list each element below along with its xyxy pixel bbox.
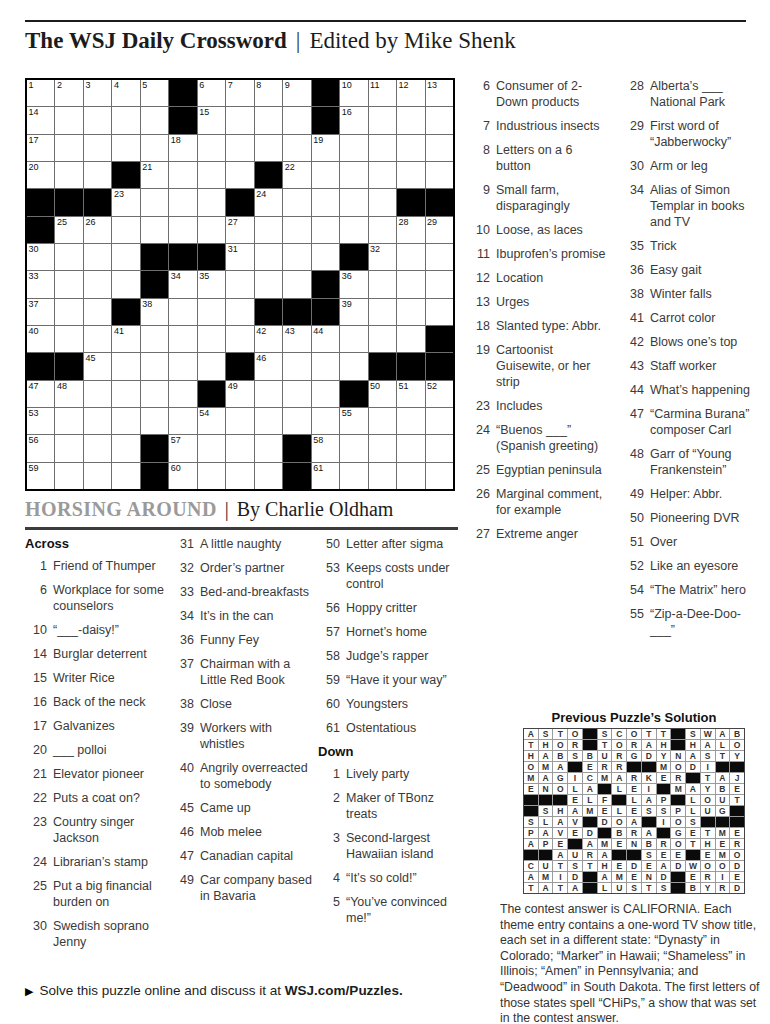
grid-cell[interactable] — [169, 408, 196, 434]
down-clue-3: 3Second-largest Hawaiian island — [318, 830, 458, 862]
puzzle-title-rule — [25, 527, 458, 530]
grid-cell[interactable] — [226, 299, 253, 325]
down-clue-18: 18Slanted type: Abbr. — [468, 318, 609, 334]
grid-cell[interactable]: 46 — [255, 353, 282, 379]
grid-cell[interactable] — [369, 217, 396, 243]
grid-cell[interactable]: 59 — [27, 463, 54, 489]
grid-cell[interactable]: 8 — [255, 80, 282, 106]
grid-cell[interactable] — [55, 271, 82, 297]
grid-cell[interactable] — [397, 463, 424, 489]
grid-cell[interactable] — [112, 353, 139, 379]
cell-number: 24 — [256, 189, 266, 199]
solution-letter: A — [539, 773, 553, 783]
grid-cell[interactable] — [84, 299, 111, 325]
cell-number: 40 — [29, 326, 39, 336]
grid-cell[interactable] — [426, 244, 453, 270]
across-clue-40: 40Angrily overreacted to somebody — [172, 760, 312, 792]
clue-text: Car company based in Bavaria — [200, 872, 312, 904]
grid-cell[interactable]: 45 — [84, 353, 111, 379]
grid-cell[interactable]: 11 — [369, 80, 396, 106]
grid-cell[interactable] — [340, 435, 367, 461]
grid-cell[interactable]: 41 — [112, 326, 139, 352]
across-clue-17: 17Galvanizes — [25, 718, 168, 734]
grid-cell[interactable] — [112, 435, 139, 461]
grid-cell[interactable] — [283, 381, 310, 407]
clue-number: 42 — [622, 334, 644, 350]
grid-cell[interactable] — [397, 244, 424, 270]
clue-number: 5 — [318, 894, 340, 926]
solution-letter: T — [553, 883, 567, 893]
clue-number: 43 — [622, 358, 644, 374]
grid-cell[interactable]: 49 — [226, 381, 253, 407]
solution-letter: D — [627, 861, 641, 871]
grid-cell[interactable] — [397, 326, 424, 352]
grid-cell[interactable]: 35 — [198, 271, 225, 297]
grid-cell[interactable] — [112, 217, 139, 243]
grid-cell[interactable] — [369, 408, 396, 434]
solution-letter: W — [701, 729, 715, 739]
grid-cell[interactable]: 36 — [340, 271, 367, 297]
grid-cell[interactable] — [198, 463, 225, 489]
grid-cell[interactable] — [226, 162, 253, 188]
grid-block — [312, 107, 339, 133]
clue-number: 12 — [468, 270, 490, 286]
clue-number: 58 — [318, 648, 340, 664]
grid-cell[interactable]: 23 — [112, 189, 139, 215]
grid-cell[interactable] — [169, 189, 196, 215]
clue-text: Location — [496, 270, 609, 286]
grid-cell[interactable] — [340, 189, 367, 215]
grid-block — [312, 80, 339, 106]
grid-cell[interactable]: 20 — [27, 162, 54, 188]
grid-cell[interactable] — [226, 326, 253, 352]
grid-cell[interactable]: 15 — [198, 107, 225, 133]
grid-cell[interactable] — [141, 217, 168, 243]
grid-cell[interactable]: 58 — [312, 435, 339, 461]
grid-block — [255, 162, 282, 188]
grid-cell[interactable] — [112, 271, 139, 297]
solution-block — [671, 740, 685, 750]
grid-block — [283, 463, 310, 489]
wsj-puzzles-link[interactable]: WSJ.com/Puzzles. — [285, 983, 403, 998]
grid-cell[interactable] — [369, 135, 396, 161]
grid-cell[interactable] — [312, 408, 339, 434]
grid-cell[interactable]: 24 — [255, 189, 282, 215]
grid-cell[interactable]: 42 — [255, 326, 282, 352]
solution-letter: A — [583, 784, 597, 794]
grid-cell[interactable] — [55, 463, 82, 489]
clue-number: 59 — [318, 672, 340, 688]
clue-text: Small farm, disparagingly — [496, 182, 609, 214]
grid-cell[interactable] — [283, 271, 310, 297]
grid-cell[interactable]: 14 — [27, 107, 54, 133]
grid-cell[interactable] — [84, 271, 111, 297]
cell-number: 49 — [228, 381, 238, 391]
grid-cell[interactable] — [55, 107, 82, 133]
grid-cell[interactable] — [226, 135, 253, 161]
grid-cell[interactable] — [312, 189, 339, 215]
solution-letter: B — [642, 839, 656, 849]
grid-cell[interactable] — [55, 408, 82, 434]
grid-cell[interactable] — [369, 299, 396, 325]
cell-number: 53 — [29, 408, 39, 418]
solution-letter: M — [583, 806, 597, 816]
grid-cell[interactable]: 50 — [369, 381, 396, 407]
grid-cell[interactable]: 43 — [283, 326, 310, 352]
grid-cell[interactable] — [283, 353, 310, 379]
solution-letter: M — [539, 762, 553, 772]
grid-cell[interactable]: 33 — [27, 271, 54, 297]
grid-cell[interactable] — [397, 107, 424, 133]
grid-cell[interactable]: 13 — [426, 80, 453, 106]
cell-number: 39 — [342, 299, 352, 309]
cell-number: 56 — [29, 435, 39, 445]
solution-letter: V — [553, 828, 567, 838]
grid-cell[interactable]: 27 — [226, 217, 253, 243]
solution-letter: O — [671, 817, 685, 827]
grid-cell[interactable] — [141, 135, 168, 161]
grid-cell[interactable] — [312, 217, 339, 243]
grid-cell[interactable] — [141, 353, 168, 379]
solution-letter: M — [671, 784, 685, 794]
grid-cell[interactable] — [283, 107, 310, 133]
grid-cell[interactable] — [55, 244, 82, 270]
grid-cell[interactable] — [226, 408, 253, 434]
cell-number: 30 — [29, 244, 39, 254]
grid-cell[interactable] — [397, 135, 424, 161]
grid-cell[interactable] — [397, 299, 424, 325]
solution-letter: O — [553, 784, 567, 794]
across-clue-45: 45Came up — [172, 800, 312, 816]
across-clue-32: 32Order’s partner — [172, 560, 312, 576]
grid-cell[interactable] — [397, 271, 424, 297]
grid-cell[interactable]: 5 — [141, 80, 168, 106]
grid-cell[interactable]: 21 — [141, 162, 168, 188]
grid-cell[interactable] — [397, 162, 424, 188]
grid-cell[interactable] — [340, 353, 367, 379]
clue-number: 14 — [25, 646, 47, 662]
grid-cell[interactable] — [198, 135, 225, 161]
solution-letter: E — [730, 828, 744, 838]
grid-cell[interactable] — [255, 463, 282, 489]
grid-cell[interactable] — [84, 162, 111, 188]
solution-block — [583, 883, 597, 893]
grid-cell[interactable] — [169, 381, 196, 407]
solution-letter: G — [716, 806, 730, 816]
grid-cell[interactable] — [255, 381, 282, 407]
grid-cell[interactable] — [112, 408, 139, 434]
grid-cell[interactable] — [141, 381, 168, 407]
grid-cell[interactable] — [226, 435, 253, 461]
grid-cell[interactable] — [198, 326, 225, 352]
clue-column-4: 6Consumer of 2-Down products7Industrious… — [468, 78, 609, 550]
grid-cell[interactable] — [369, 435, 396, 461]
grid-cell[interactable] — [226, 271, 253, 297]
grid-cell[interactable]: 31 — [226, 244, 253, 270]
solution-letter: S — [642, 850, 656, 860]
solution-letter: A — [539, 751, 553, 761]
grid-cell[interactable] — [255, 435, 282, 461]
cell-number: 32 — [370, 244, 380, 254]
grid-cell[interactable] — [84, 326, 111, 352]
grid-cell[interactable]: 25 — [55, 217, 82, 243]
solution-letter: H — [524, 751, 538, 761]
solution-letter: H — [553, 806, 567, 816]
down-clue-41: 41Carrot color — [622, 310, 765, 326]
grid-cell[interactable]: 39 — [340, 299, 367, 325]
grid-block — [340, 244, 367, 270]
grid-block — [312, 271, 339, 297]
clue-number: 24 — [25, 854, 47, 870]
clue-number: 10 — [468, 222, 490, 238]
grid-cell[interactable] — [84, 135, 111, 161]
clue-column-2: 31A little naughty32Order’s partner33Bed… — [172, 536, 312, 912]
grid-cell[interactable]: 60 — [169, 463, 196, 489]
grid-cell[interactable]: 16 — [340, 107, 367, 133]
grid-cell[interactable]: 18 — [169, 135, 196, 161]
solution-block — [716, 817, 730, 827]
clue-number: 28 — [622, 78, 644, 110]
grid-cell[interactable] — [141, 107, 168, 133]
grid-cell[interactable] — [55, 135, 82, 161]
grid-cell[interactable]: 1 — [27, 80, 54, 106]
grid-cell[interactable] — [198, 217, 225, 243]
grid-cell[interactable]: 47 — [27, 381, 54, 407]
clue-text: Friend of Thumper — [53, 558, 168, 574]
grid-cell[interactable] — [112, 107, 139, 133]
clue-text: Alberta’s ___ National Park — [650, 78, 765, 110]
grid-cell[interactable] — [55, 299, 82, 325]
grid-cell[interactable] — [369, 326, 396, 352]
grid-cell[interactable] — [340, 162, 367, 188]
grid-cell[interactable] — [426, 271, 453, 297]
clue-text: Alias of Simon Templar in books and TV — [650, 182, 765, 230]
solution-block — [583, 817, 597, 827]
grid-cell[interactable]: 54 — [198, 408, 225, 434]
grid-cell[interactable]: 32 — [369, 244, 396, 270]
solution-letter: R — [701, 872, 715, 882]
clue-text: Keeps costs under control — [346, 560, 458, 592]
grid-cell[interactable]: 9 — [283, 80, 310, 106]
clue-text: Extreme anger — [496, 526, 609, 542]
clue-number: 53 — [318, 560, 340, 592]
grid-cell[interactable]: 61 — [312, 463, 339, 489]
grid-cell[interactable] — [397, 435, 424, 461]
grid-cell[interactable] — [426, 107, 453, 133]
grid-cell[interactable] — [84, 244, 111, 270]
clue-number: 4 — [318, 870, 340, 886]
grid-cell[interactable]: 28 — [397, 217, 424, 243]
grid-cell[interactable] — [84, 408, 111, 434]
across-clue-16: 16Back of the neck — [25, 694, 168, 710]
grid-cell[interactable] — [255, 271, 282, 297]
grid-cell[interactable] — [283, 135, 310, 161]
solution-letter: I — [716, 872, 730, 882]
grid-cell[interactable] — [369, 189, 396, 215]
grid-cell[interactable] — [141, 189, 168, 215]
grid-cell[interactable]: 2 — [55, 80, 82, 106]
grid-cell[interactable] — [198, 162, 225, 188]
cell-number: 15 — [199, 107, 209, 117]
grid-cell[interactable]: 10 — [340, 80, 367, 106]
solution-letter: Y — [657, 751, 671, 761]
solution-letter: T — [598, 740, 612, 750]
grid-cell[interactable] — [112, 244, 139, 270]
grid-cell[interactable] — [283, 244, 310, 270]
grid-cell[interactable] — [169, 162, 196, 188]
grid-cell[interactable] — [283, 189, 310, 215]
solution-letter: D — [730, 883, 744, 893]
grid-cell[interactable]: 40 — [27, 326, 54, 352]
grid-cell[interactable] — [283, 408, 310, 434]
grid-cell[interactable] — [169, 217, 196, 243]
solution-letter: O — [524, 762, 538, 772]
grid-cell[interactable] — [283, 217, 310, 243]
solution-letter: E — [612, 861, 626, 871]
grid-cell[interactable]: 51 — [397, 381, 424, 407]
cell-number: 36 — [342, 271, 352, 281]
clue-number: 29 — [622, 118, 644, 150]
grid-cell[interactable] — [84, 107, 111, 133]
grid-cell[interactable]: 55 — [340, 408, 367, 434]
grid-cell[interactable] — [169, 299, 196, 325]
grid-cell[interactable] — [112, 463, 139, 489]
solution-letter: R — [671, 773, 685, 783]
grid-cell[interactable]: 6 — [198, 80, 225, 106]
solution-letter: S — [568, 751, 582, 761]
clue-text: Loose, as laces — [496, 222, 609, 238]
grid-cell[interactable] — [255, 408, 282, 434]
grid-cell[interactable]: 17 — [27, 135, 54, 161]
grid-cell[interactable] — [112, 135, 139, 161]
grid-cell[interactable]: 26 — [84, 217, 111, 243]
grid-cell[interactable]: 34 — [169, 271, 196, 297]
cell-number: 9 — [285, 80, 290, 90]
down-clue-27: 27Extreme anger — [468, 526, 609, 542]
grid-cell[interactable] — [255, 107, 282, 133]
grid-cell[interactable] — [426, 435, 453, 461]
grid-cell[interactable]: 37 — [27, 299, 54, 325]
grid-cell[interactable] — [55, 435, 82, 461]
grid-cell[interactable]: 22 — [283, 162, 310, 188]
solution-letter: A — [627, 817, 641, 827]
grid-cell[interactable]: 30 — [27, 244, 54, 270]
solution-block — [583, 729, 597, 739]
grid-cell[interactable] — [369, 463, 396, 489]
solution-letter: M — [716, 850, 730, 860]
grid-cell[interactable] — [340, 326, 367, 352]
down-clue-13: 13Urges — [468, 294, 609, 310]
grid-cell[interactable] — [169, 326, 196, 352]
grid-cell[interactable]: 57 — [169, 435, 196, 461]
grid-cell[interactable] — [84, 435, 111, 461]
clue-text: Workplace for some counselors — [53, 582, 168, 614]
grid-cell[interactable]: 29 — [426, 217, 453, 243]
grid-cell[interactable] — [226, 107, 253, 133]
grid-cell[interactable] — [84, 381, 111, 407]
solution-block — [627, 762, 641, 772]
grid-cell[interactable] — [55, 162, 82, 188]
grid-cell[interactable] — [84, 463, 111, 489]
cell-number: 14 — [29, 107, 39, 117]
clue-text: Youngsters — [346, 696, 458, 712]
grid-cell[interactable] — [426, 135, 453, 161]
grid-cell[interactable] — [340, 217, 367, 243]
grid-cell[interactable]: 4 — [112, 80, 139, 106]
grid-cell[interactable]: 7 — [226, 80, 253, 106]
grid-cell[interactable] — [255, 135, 282, 161]
grid-cell[interactable] — [340, 463, 367, 489]
grid-cell[interactable] — [55, 326, 82, 352]
clue-number: 10 — [25, 622, 47, 638]
solution-letter: J — [730, 773, 744, 783]
grid-cell[interactable] — [169, 353, 196, 379]
grid-cell[interactable]: 44 — [312, 326, 339, 352]
grid-cell[interactable]: 53 — [27, 408, 54, 434]
grid-cell[interactable] — [397, 408, 424, 434]
grid-cell[interactable] — [198, 299, 225, 325]
grid-cell[interactable] — [312, 353, 339, 379]
grid-cell[interactable] — [255, 217, 282, 243]
solution-letter: D — [730, 861, 744, 871]
grid-cell[interactable] — [369, 271, 396, 297]
grid-cell[interactable] — [340, 135, 367, 161]
grid-cell[interactable] — [312, 162, 339, 188]
clue-number: 8 — [468, 142, 490, 174]
clue-text: Helper: Abbr. — [650, 486, 765, 502]
cell-number: 48 — [57, 381, 67, 391]
grid-cell[interactable] — [369, 162, 396, 188]
grid-cell[interactable] — [426, 162, 453, 188]
grid-cell[interactable] — [426, 408, 453, 434]
solution-letter: S — [657, 883, 671, 893]
down-clue-50: 50Pioneering DVR — [622, 510, 765, 526]
grid-cell[interactable] — [198, 435, 225, 461]
cell-number: 60 — [171, 463, 181, 473]
grid-block — [397, 353, 424, 379]
grid-cell[interactable] — [312, 381, 339, 407]
clue-number: 40 — [172, 760, 194, 792]
solution-letter: A — [686, 751, 700, 761]
clue-text: Close — [200, 696, 312, 712]
grid-cell[interactable]: 38 — [141, 299, 168, 325]
grid-cell[interactable] — [198, 189, 225, 215]
grid-cell[interactable]: 48 — [55, 381, 82, 407]
grid-cell[interactable] — [255, 244, 282, 270]
grid-cell[interactable] — [426, 299, 453, 325]
grid-cell[interactable] — [112, 381, 139, 407]
solution-letter: B — [553, 751, 567, 761]
grid-cell[interactable] — [426, 463, 453, 489]
grid-cell[interactable]: 3 — [84, 80, 111, 106]
grid-cell[interactable] — [141, 326, 168, 352]
grid-cell[interactable]: 19 — [312, 135, 339, 161]
grid-cell[interactable]: 52 — [426, 381, 453, 407]
clue-text: “It’s so cold!” — [346, 870, 458, 886]
grid-cell[interactable] — [226, 463, 253, 489]
cell-number: 45 — [85, 353, 95, 363]
grid-cell[interactable] — [369, 107, 396, 133]
grid-cell[interactable] — [312, 244, 339, 270]
grid-cell[interactable] — [198, 353, 225, 379]
grid-cell[interactable] — [141, 408, 168, 434]
solution-letter: R — [598, 762, 612, 772]
grid-cell[interactable]: 12 — [397, 80, 424, 106]
solution-letter: T — [642, 883, 656, 893]
grid-cell[interactable]: 56 — [27, 435, 54, 461]
solution-letter: A — [568, 883, 582, 893]
solution-letter: R — [612, 762, 626, 772]
